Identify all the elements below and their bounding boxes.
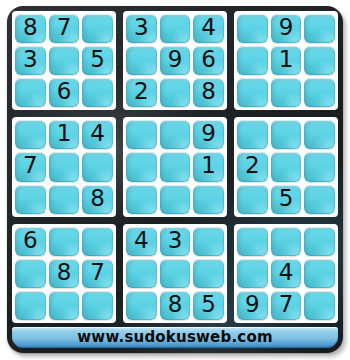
given-digit: 8 [90,187,105,210]
cell-r7c6[interactable] [193,227,224,256]
cell-r3c5[interactable] [160,78,191,107]
given-digit: 9 [168,48,183,71]
box-1-2: 349628 [123,11,227,110]
cell-r9c7[interactable]: 9 [237,291,268,320]
cell-r7c9[interactable] [304,227,335,256]
cell-r5c3[interactable] [82,152,113,181]
cell-r4c7[interactable] [237,120,268,149]
cell-r4c6[interactable]: 9 [193,120,224,149]
cell-r7c3[interactable] [82,227,113,256]
cell-r8c6[interactable] [193,259,224,288]
cell-r3c6[interactable]: 8 [193,78,224,107]
given-digit: 5 [90,48,105,71]
cell-r1c3[interactable] [82,14,113,43]
cell-r8c5[interactable] [160,259,191,288]
cell-r9c1[interactable] [15,291,46,320]
cell-r1c6[interactable]: 4 [193,14,224,43]
cell-r2c2[interactable] [49,46,80,75]
cell-r5c9[interactable] [304,152,335,181]
given-digit: 4 [90,122,105,145]
cell-r5c5[interactable] [160,152,191,181]
cell-r6c5[interactable] [160,185,191,214]
cell-r1c4[interactable]: 3 [126,14,157,43]
given-digit: 7 [23,154,38,177]
cell-r3c9[interactable] [304,78,335,107]
cell-r4c3[interactable]: 4 [82,120,113,149]
cell-r5c8[interactable] [271,152,302,181]
cell-r6c4[interactable] [126,185,157,214]
cell-r4c2[interactable]: 1 [49,120,80,149]
cell-r2c6[interactable]: 6 [193,46,224,75]
cell-r7c4[interactable]: 4 [126,227,157,256]
cell-r4c5[interactable] [160,120,191,149]
cell-r2c8[interactable]: 1 [271,46,302,75]
cell-r2c9[interactable] [304,46,335,75]
cell-r3c7[interactable] [237,78,268,107]
cell-r1c8[interactable]: 9 [271,14,302,43]
cell-r6c8[interactable]: 5 [271,185,302,214]
cell-r4c8[interactable] [271,120,302,149]
given-digit: 1 [201,154,216,177]
given-digit: 1 [279,48,294,71]
cell-r6c6[interactable] [193,185,224,214]
box-1-1: 87356 [12,11,116,110]
cell-r6c3[interactable]: 8 [82,185,113,214]
sudoku-grid: 8735634962891147891256874385497 [12,11,338,323]
given-digit: 4 [201,16,216,39]
given-digit: 4 [134,229,149,252]
box-2-1: 1478 [12,117,116,216]
given-digit: 2 [134,80,149,103]
cell-r2c4[interactable] [126,46,157,75]
cell-r3c8[interactable] [271,78,302,107]
cell-r5c1[interactable]: 7 [15,152,46,181]
cell-r7c7[interactable] [237,227,268,256]
given-digit: 2 [245,154,260,177]
given-digit: 6 [57,80,72,103]
cell-r9c9[interactable] [304,291,335,320]
given-digit: 9 [201,122,216,145]
cell-r1c9[interactable] [304,14,335,43]
given-digit: 9 [245,293,260,316]
cell-r5c6[interactable]: 1 [193,152,224,181]
footer-banner: www.sudokusweb.com [12,327,338,348]
box-1-3: 91 [234,11,338,110]
cell-r5c2[interactable] [49,152,80,181]
page: 8735634962891147891256874385497 www.sudo… [0,0,350,360]
cell-r9c2[interactable] [49,291,80,320]
cell-r4c1[interactable] [15,120,46,149]
cell-r8c4[interactable] [126,259,157,288]
cell-r9c5[interactable]: 8 [160,291,191,320]
cell-r8c7[interactable] [237,259,268,288]
cell-r1c2[interactable]: 7 [49,14,80,43]
given-digit: 1 [57,122,72,145]
box-2-2: 91 [123,117,227,216]
given-digit: 4 [279,261,294,284]
given-digit: 8 [168,293,183,316]
cell-r8c2[interactable]: 8 [49,259,80,288]
given-digit: 3 [168,229,183,252]
sudoku-board-frame: 8735634962891147891256874385497 www.sudo… [7,6,343,353]
cell-r6c9[interactable] [304,185,335,214]
cell-r9c3[interactable] [82,291,113,320]
cell-r9c6[interactable]: 5 [193,291,224,320]
cell-r9c8[interactable]: 7 [271,291,302,320]
cell-r9c4[interactable] [126,291,157,320]
cell-r3c1[interactable] [15,78,46,107]
given-digit: 6 [23,229,38,252]
cell-r6c1[interactable] [15,185,46,214]
cell-r8c1[interactable] [15,259,46,288]
cell-r7c8[interactable] [271,227,302,256]
cell-r8c8[interactable]: 4 [271,259,302,288]
given-digit: 7 [57,16,72,39]
cell-r8c9[interactable] [304,259,335,288]
given-digit: 8 [57,261,72,284]
box-3-2: 4385 [123,224,227,323]
cell-r2c5[interactable]: 9 [160,46,191,75]
cell-r7c1[interactable]: 6 [15,227,46,256]
cell-r2c3[interactable]: 5 [82,46,113,75]
box-3-3: 497 [234,224,338,323]
cell-r5c7[interactable]: 2 [237,152,268,181]
given-digit: 7 [279,293,294,316]
given-digit: 7 [90,261,105,284]
cell-r1c7[interactable] [237,14,268,43]
cell-r1c1[interactable]: 8 [15,14,46,43]
cell-r7c2[interactable] [49,227,80,256]
cell-r5c4[interactable] [126,152,157,181]
cell-r2c1[interactable]: 3 [15,46,46,75]
cell-r4c9[interactable] [304,120,335,149]
website-url: www.sudokusweb.com [77,328,272,346]
cell-r4c4[interactable] [126,120,157,149]
given-digit: 5 [279,187,294,210]
given-digit: 6 [201,48,216,71]
given-digit: 3 [134,16,149,39]
cell-r3c4[interactable]: 2 [126,78,157,107]
given-digit: 5 [201,293,216,316]
cell-r6c7[interactable] [237,185,268,214]
box-2-3: 25 [234,117,338,216]
cell-r8c3[interactable]: 7 [82,259,113,288]
cell-r6c2[interactable] [49,185,80,214]
cell-r7c5[interactable]: 3 [160,227,191,256]
cell-r3c3[interactable] [82,78,113,107]
given-digit: 8 [23,16,38,39]
given-digit: 9 [279,16,294,39]
cell-r1c5[interactable] [160,14,191,43]
box-3-1: 687 [12,224,116,323]
given-digit: 8 [201,80,216,103]
cell-r3c2[interactable]: 6 [49,78,80,107]
cell-r2c7[interactable] [237,46,268,75]
given-digit: 3 [23,48,38,71]
